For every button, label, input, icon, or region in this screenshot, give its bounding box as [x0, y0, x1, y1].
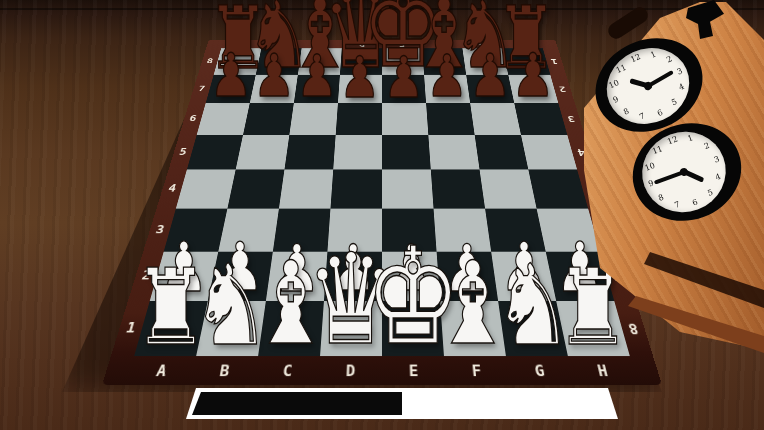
piece-black-pawn-e7[interactable]: ♟	[384, 49, 425, 106]
progress-bar	[186, 388, 618, 419]
piece-black-pawn-c7[interactable]: ♟	[296, 48, 338, 106]
progress-bar-black-segment	[186, 392, 402, 415]
piece-black-pawn-a7[interactable]: ♟	[209, 46, 252, 106]
piece-black-pawn-f7[interactable]: ♟	[426, 48, 468, 106]
piece-white-rook-h1[interactable]: ♜	[555, 255, 631, 360]
pieces-layer: ♜♞♝♛♚♝♞♜♟♟♟♟♟♟♟♟♟♟♟♟♟♟♟♟♜♞♝♛♚♝♞♜	[0, 0, 764, 430]
piece-black-pawn-g7[interactable]: ♟	[469, 47, 511, 106]
piece-black-pawn-d7[interactable]: ♟	[340, 49, 381, 106]
piece-black-pawn-h7[interactable]: ♟	[512, 46, 555, 106]
piece-black-pawn-b7[interactable]: ♟	[253, 47, 295, 106]
game-scene: ABCDEFGH ABCDEFGH 87654321 12345678 ♜♞♝♛…	[0, 0, 764, 430]
